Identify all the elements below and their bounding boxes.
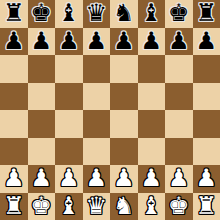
piece-white-pawn: ♟ xyxy=(30,165,52,192)
piece-black-pawn: ♟ xyxy=(140,28,162,55)
square-e5[interactable] xyxy=(110,83,138,111)
square-d3[interactable] xyxy=(83,138,111,166)
piece-black-bishop: ♝ xyxy=(140,0,162,27)
square-h7[interactable]: ♟ xyxy=(193,28,221,56)
square-g3[interactable] xyxy=(165,138,193,166)
piece-white-rook: ♜ xyxy=(195,193,217,220)
square-e6[interactable] xyxy=(110,55,138,83)
piece-black-pawn: ♟ xyxy=(3,28,25,55)
piece-black-pawn: ♟ xyxy=(58,28,80,55)
piece-black-rook: ♜ xyxy=(195,0,217,27)
chess-board: ♜♚♝♛♞♝♚♜♟♟♟♟♟♟♟♟♟♟♟♟♟♟♟♟♜♚♝♛♞♝♚♜ xyxy=(0,0,220,220)
square-b3[interactable] xyxy=(28,138,56,166)
square-f8[interactable]: ♝ xyxy=(138,0,166,28)
square-h3[interactable] xyxy=(193,138,221,166)
square-d2[interactable]: ♟ xyxy=(83,165,111,193)
square-d6[interactable] xyxy=(83,55,111,83)
square-h6[interactable] xyxy=(193,55,221,83)
square-c4[interactable] xyxy=(55,110,83,138)
square-f2[interactable]: ♟ xyxy=(138,165,166,193)
square-d7[interactable]: ♟ xyxy=(83,28,111,56)
piece-white-pawn: ♟ xyxy=(113,165,135,192)
square-f6[interactable] xyxy=(138,55,166,83)
piece-black-king: ♚ xyxy=(168,0,190,27)
square-f1[interactable]: ♝ xyxy=(138,193,166,221)
square-c3[interactable] xyxy=(55,138,83,166)
piece-white-pawn: ♟ xyxy=(85,165,107,192)
piece-black-pawn: ♟ xyxy=(113,28,135,55)
piece-black-rook: ♜ xyxy=(3,0,25,27)
piece-white-king: ♚ xyxy=(168,193,190,220)
square-c8[interactable]: ♝ xyxy=(55,0,83,28)
piece-white-bishop: ♝ xyxy=(58,193,80,220)
piece-white-pawn: ♟ xyxy=(58,165,80,192)
square-b1[interactable]: ♚ xyxy=(28,193,56,221)
piece-white-pawn: ♟ xyxy=(3,165,25,192)
piece-white-bishop: ♝ xyxy=(140,193,162,220)
square-b6[interactable] xyxy=(28,55,56,83)
square-e8[interactable]: ♞ xyxy=(110,0,138,28)
square-b8[interactable]: ♚ xyxy=(28,0,56,28)
piece-black-knight: ♞ xyxy=(113,0,135,27)
square-f5[interactable] xyxy=(138,83,166,111)
square-d8[interactable]: ♛ xyxy=(83,0,111,28)
square-c7[interactable]: ♟ xyxy=(55,28,83,56)
square-b7[interactable]: ♟ xyxy=(28,28,56,56)
square-a8[interactable]: ♜ xyxy=(0,0,28,28)
square-g4[interactable] xyxy=(165,110,193,138)
square-c1[interactable]: ♝ xyxy=(55,193,83,221)
piece-white-knight: ♞ xyxy=(113,193,135,220)
square-h8[interactable]: ♜ xyxy=(193,0,221,28)
square-a5[interactable] xyxy=(0,83,28,111)
square-c5[interactable] xyxy=(55,83,83,111)
square-h5[interactable] xyxy=(193,83,221,111)
square-h1[interactable]: ♜ xyxy=(193,193,221,221)
square-g8[interactable]: ♚ xyxy=(165,0,193,28)
square-g6[interactable] xyxy=(165,55,193,83)
piece-black-pawn: ♟ xyxy=(30,28,52,55)
square-a3[interactable] xyxy=(0,138,28,166)
piece-white-queen: ♛ xyxy=(85,193,107,220)
square-e2[interactable]: ♟ xyxy=(110,165,138,193)
piece-white-pawn: ♟ xyxy=(168,165,190,192)
square-g1[interactable]: ♚ xyxy=(165,193,193,221)
piece-white-king: ♚ xyxy=(30,193,52,220)
square-e4[interactable] xyxy=(110,110,138,138)
square-e3[interactable] xyxy=(110,138,138,166)
square-d4[interactable] xyxy=(83,110,111,138)
square-c6[interactable] xyxy=(55,55,83,83)
square-a4[interactable] xyxy=(0,110,28,138)
square-a6[interactable] xyxy=(0,55,28,83)
square-f3[interactable] xyxy=(138,138,166,166)
square-a2[interactable]: ♟ xyxy=(0,165,28,193)
square-b2[interactable]: ♟ xyxy=(28,165,56,193)
square-h2[interactable]: ♟ xyxy=(193,165,221,193)
piece-black-bishop: ♝ xyxy=(58,0,80,27)
square-h4[interactable] xyxy=(193,110,221,138)
square-b5[interactable] xyxy=(28,83,56,111)
square-a7[interactable]: ♟ xyxy=(0,28,28,56)
square-d5[interactable] xyxy=(83,83,111,111)
square-c2[interactable]: ♟ xyxy=(55,165,83,193)
piece-black-king: ♚ xyxy=(30,0,52,27)
square-e7[interactable]: ♟ xyxy=(110,28,138,56)
piece-black-queen: ♛ xyxy=(85,0,107,27)
square-g5[interactable] xyxy=(165,83,193,111)
square-b4[interactable] xyxy=(28,110,56,138)
piece-black-pawn: ♟ xyxy=(195,28,217,55)
piece-black-pawn: ♟ xyxy=(85,28,107,55)
piece-white-rook: ♜ xyxy=(3,193,25,220)
square-f4[interactable] xyxy=(138,110,166,138)
square-f7[interactable]: ♟ xyxy=(138,28,166,56)
piece-white-pawn: ♟ xyxy=(140,165,162,192)
piece-white-pawn: ♟ xyxy=(195,165,217,192)
square-e1[interactable]: ♞ xyxy=(110,193,138,221)
piece-black-pawn: ♟ xyxy=(168,28,190,55)
square-g7[interactable]: ♟ xyxy=(165,28,193,56)
square-a1[interactable]: ♜ xyxy=(0,193,28,221)
square-g2[interactable]: ♟ xyxy=(165,165,193,193)
square-d1[interactable]: ♛ xyxy=(83,193,111,221)
